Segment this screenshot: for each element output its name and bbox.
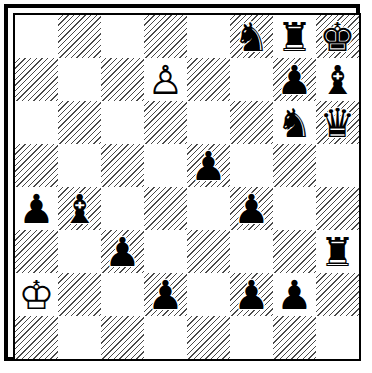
square-e2[interactable] [187, 273, 230, 316]
square-a6[interactable] [15, 101, 58, 144]
square-a4[interactable]: ♟ [15, 187, 58, 230]
square-f4[interactable]: ♟ [230, 187, 273, 230]
square-e1[interactable] [187, 316, 230, 359]
square-e4[interactable] [187, 187, 230, 230]
square-g2[interactable]: ♟ [273, 273, 316, 316]
black-bishop-h7: ♝ [320, 60, 356, 100]
square-b1[interactable] [58, 316, 101, 359]
black-pawn-f2: ♟ [234, 275, 270, 315]
square-h6[interactable]: ♛ [316, 101, 359, 144]
square-g5[interactable] [273, 144, 316, 187]
black-queen-h6: ♛ [320, 103, 356, 143]
square-e7[interactable] [187, 58, 230, 101]
square-g4[interactable] [273, 187, 316, 230]
black-pawn-c3: ♟ [105, 232, 141, 272]
square-c3[interactable]: ♟ [101, 230, 144, 273]
square-h5[interactable] [316, 144, 359, 187]
square-c6[interactable] [101, 101, 144, 144]
square-c8[interactable] [101, 15, 144, 58]
square-g7[interactable]: ♟ [273, 58, 316, 101]
square-a8[interactable] [15, 15, 58, 58]
black-pawn-a4: ♟ [19, 189, 55, 229]
square-g8[interactable]: ♜ [273, 15, 316, 58]
chess-diagram: ♞♜♚♙♟♝♞♛♟♟♝♟♟♜♔♟♟♟ [0, 0, 372, 373]
square-b3[interactable] [58, 230, 101, 273]
square-a1[interactable] [15, 316, 58, 359]
square-f3[interactable] [230, 230, 273, 273]
square-a7[interactable] [15, 58, 58, 101]
black-pawn-g7: ♟ [277, 60, 313, 100]
square-a5[interactable] [15, 144, 58, 187]
square-a2[interactable]: ♔ [15, 273, 58, 316]
black-pawn-d2: ♟ [148, 275, 184, 315]
square-c2[interactable] [101, 273, 144, 316]
square-f1[interactable] [230, 316, 273, 359]
square-b8[interactable] [58, 15, 101, 58]
square-d6[interactable] [144, 101, 187, 144]
square-c7[interactable] [101, 58, 144, 101]
square-e8[interactable] [187, 15, 230, 58]
white-pawn-d7: ♙ [148, 60, 184, 100]
square-g1[interactable] [273, 316, 316, 359]
black-rook-h3: ♜ [320, 232, 356, 272]
square-d2[interactable]: ♟ [144, 273, 187, 316]
square-g3[interactable] [273, 230, 316, 273]
white-king-a2: ♔ [19, 275, 55, 315]
square-h8[interactable]: ♚ [316, 15, 359, 58]
square-h1[interactable] [316, 316, 359, 359]
square-c5[interactable] [101, 144, 144, 187]
black-knight-f8: ♞ [234, 17, 270, 57]
square-d5[interactable] [144, 144, 187, 187]
square-f7[interactable] [230, 58, 273, 101]
square-d7[interactable]: ♙ [144, 58, 187, 101]
square-a3[interactable] [15, 230, 58, 273]
square-c4[interactable] [101, 187, 144, 230]
black-pawn-g2: ♟ [277, 275, 313, 315]
black-king-h8: ♚ [320, 17, 356, 57]
black-knight-g6: ♞ [277, 103, 313, 143]
square-d3[interactable] [144, 230, 187, 273]
chessboard: ♞♜♚♙♟♝♞♛♟♟♝♟♟♜♔♟♟♟ [13, 13, 361, 361]
square-c1[interactable] [101, 316, 144, 359]
square-g6[interactable]: ♞ [273, 101, 316, 144]
square-d4[interactable] [144, 187, 187, 230]
black-bishop-b4: ♝ [62, 189, 98, 229]
square-b6[interactable] [58, 101, 101, 144]
square-b4[interactable]: ♝ [58, 187, 101, 230]
square-f6[interactable] [230, 101, 273, 144]
black-pawn-e5: ♟ [191, 146, 227, 186]
square-h3[interactable]: ♜ [316, 230, 359, 273]
square-d1[interactable] [144, 316, 187, 359]
square-e6[interactable] [187, 101, 230, 144]
square-e5[interactable]: ♟ [187, 144, 230, 187]
square-b2[interactable] [58, 273, 101, 316]
square-f8[interactable]: ♞ [230, 15, 273, 58]
square-f2[interactable]: ♟ [230, 273, 273, 316]
black-rook-g8: ♜ [277, 17, 313, 57]
black-pawn-f4: ♟ [234, 189, 270, 229]
square-b5[interactable] [58, 144, 101, 187]
square-b7[interactable] [58, 58, 101, 101]
square-f5[interactable] [230, 144, 273, 187]
square-h2[interactable] [316, 273, 359, 316]
square-h4[interactable] [316, 187, 359, 230]
square-h7[interactable]: ♝ [316, 58, 359, 101]
square-e3[interactable] [187, 230, 230, 273]
square-d8[interactable] [144, 15, 187, 58]
